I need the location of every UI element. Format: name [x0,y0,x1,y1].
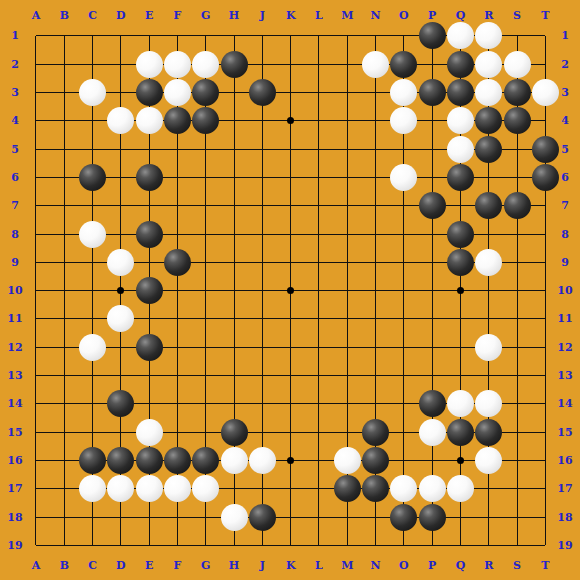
intersection-E4[interactable] [135,107,163,135]
intersection-D18[interactable] [107,503,135,531]
intersection-M2[interactable] [333,50,361,78]
intersection-K6[interactable] [277,163,305,191]
intersection-B12[interactable] [50,333,78,361]
intersection-K14[interactable] [277,390,305,418]
intersection-E13[interactable] [135,361,163,389]
intersection-J2[interactable] [248,50,276,78]
intersection-E19[interactable] [135,531,163,559]
intersection-D2[interactable] [107,50,135,78]
intersection-E10[interactable] [135,277,163,305]
intersection-M17[interactable] [333,475,361,503]
intersection-D12[interactable] [107,333,135,361]
intersection-N8[interactable] [361,220,389,248]
intersection-J15[interactable] [248,418,276,446]
intersection-A16[interactable] [22,446,50,474]
intersection-A14[interactable] [22,390,50,418]
intersection-F1[interactable] [163,22,191,50]
intersection-M6[interactable] [333,163,361,191]
intersection-M5[interactable] [333,135,361,163]
intersection-E1[interactable] [135,22,163,50]
intersection-P1[interactable] [418,22,446,50]
intersection-C4[interactable] [78,107,106,135]
intersection-M8[interactable] [333,220,361,248]
intersection-J9[interactable] [248,248,276,276]
intersection-P17[interactable] [418,475,446,503]
intersection-J16[interactable] [248,446,276,474]
intersection-J17[interactable] [248,475,276,503]
intersection-N16[interactable] [361,446,389,474]
intersection-C6[interactable] [78,163,106,191]
intersection-A17[interactable] [22,475,50,503]
intersection-P5[interactable] [418,135,446,163]
intersection-B13[interactable] [50,361,78,389]
intersection-E12[interactable] [135,333,163,361]
intersection-B2[interactable] [50,50,78,78]
intersection-T8[interactable] [531,220,559,248]
intersection-K15[interactable] [277,418,305,446]
intersection-Q13[interactable] [446,361,474,389]
intersection-F13[interactable] [163,361,191,389]
intersection-A9[interactable] [22,248,50,276]
intersection-Q3[interactable] [446,78,474,106]
intersection-C9[interactable] [78,248,106,276]
intersection-D5[interactable] [107,135,135,163]
intersection-E6[interactable] [135,163,163,191]
intersection-Q17[interactable] [446,475,474,503]
intersection-F5[interactable] [163,135,191,163]
intersection-D11[interactable] [107,305,135,333]
intersection-N11[interactable] [361,305,389,333]
intersection-F4[interactable] [163,107,191,135]
intersection-E18[interactable] [135,503,163,531]
intersection-L5[interactable] [305,135,333,163]
intersection-S17[interactable] [503,475,531,503]
intersection-O9[interactable] [390,248,418,276]
intersection-A13[interactable] [22,361,50,389]
intersection-H7[interactable] [220,192,248,220]
intersection-F16[interactable] [163,446,191,474]
intersection-E2[interactable] [135,50,163,78]
intersection-R19[interactable] [475,531,503,559]
intersection-M14[interactable] [333,390,361,418]
intersection-B14[interactable] [50,390,78,418]
intersection-A3[interactable] [22,78,50,106]
intersection-H6[interactable] [220,163,248,191]
intersection-T16[interactable] [531,446,559,474]
intersection-Q6[interactable] [446,163,474,191]
intersection-K12[interactable] [277,333,305,361]
intersection-E17[interactable] [135,475,163,503]
intersection-R6[interactable] [475,163,503,191]
intersection-N4[interactable] [361,107,389,135]
intersection-G12[interactable] [192,333,220,361]
intersection-N9[interactable] [361,248,389,276]
intersection-C5[interactable] [78,135,106,163]
intersection-M9[interactable] [333,248,361,276]
intersection-N1[interactable] [361,22,389,50]
intersection-O4[interactable] [390,107,418,135]
intersection-K11[interactable] [277,305,305,333]
intersection-P4[interactable] [418,107,446,135]
intersection-J13[interactable] [248,361,276,389]
intersection-K13[interactable] [277,361,305,389]
intersection-R16[interactable] [475,446,503,474]
intersection-E9[interactable] [135,248,163,276]
intersection-R5[interactable] [475,135,503,163]
intersection-G15[interactable] [192,418,220,446]
intersection-H12[interactable] [220,333,248,361]
intersection-K19[interactable] [277,531,305,559]
intersection-F6[interactable] [163,163,191,191]
intersection-O1[interactable] [390,22,418,50]
intersection-R9[interactable] [475,248,503,276]
intersection-O17[interactable] [390,475,418,503]
intersection-H10[interactable] [220,277,248,305]
intersection-B1[interactable] [50,22,78,50]
intersection-G16[interactable] [192,446,220,474]
intersection-T2[interactable] [531,50,559,78]
intersection-R1[interactable] [475,22,503,50]
intersection-G10[interactable] [192,277,220,305]
intersection-J7[interactable] [248,192,276,220]
intersection-H18[interactable] [220,503,248,531]
intersection-A11[interactable] [22,305,50,333]
intersection-J18[interactable] [248,503,276,531]
intersection-F12[interactable] [163,333,191,361]
intersection-S14[interactable] [503,390,531,418]
intersection-L6[interactable] [305,163,333,191]
intersection-R8[interactable] [475,220,503,248]
intersection-P18[interactable] [418,503,446,531]
intersection-T12[interactable] [531,333,559,361]
intersection-T1[interactable] [531,22,559,50]
intersection-P12[interactable] [418,333,446,361]
intersection-T6[interactable] [531,163,559,191]
intersection-G2[interactable] [192,50,220,78]
intersection-D13[interactable] [107,361,135,389]
intersection-H16[interactable] [220,446,248,474]
intersection-O11[interactable] [390,305,418,333]
intersection-B19[interactable] [50,531,78,559]
intersection-B8[interactable] [50,220,78,248]
intersection-P9[interactable] [418,248,446,276]
intersection-Q19[interactable] [446,531,474,559]
intersection-O3[interactable] [390,78,418,106]
intersection-M16[interactable] [333,446,361,474]
intersection-Q4[interactable] [446,107,474,135]
intersection-E5[interactable] [135,135,163,163]
intersection-A15[interactable] [22,418,50,446]
intersection-K18[interactable] [277,503,305,531]
intersection-N15[interactable] [361,418,389,446]
intersection-P13[interactable] [418,361,446,389]
intersection-S18[interactable] [503,503,531,531]
intersection-F15[interactable] [163,418,191,446]
intersection-L1[interactable] [305,22,333,50]
intersection-P16[interactable] [418,446,446,474]
intersection-H13[interactable] [220,361,248,389]
intersection-M3[interactable] [333,78,361,106]
intersection-L7[interactable] [305,192,333,220]
intersection-S13[interactable] [503,361,531,389]
intersection-L12[interactable] [305,333,333,361]
intersection-D17[interactable] [107,475,135,503]
intersection-D1[interactable] [107,22,135,50]
intersection-Q7[interactable] [446,192,474,220]
intersection-R12[interactable] [475,333,503,361]
intersection-G3[interactable] [192,78,220,106]
intersection-B10[interactable] [50,277,78,305]
intersection-S11[interactable] [503,305,531,333]
intersection-D15[interactable] [107,418,135,446]
intersection-N5[interactable] [361,135,389,163]
intersection-D10[interactable] [107,277,135,305]
intersection-E16[interactable] [135,446,163,474]
intersection-Q18[interactable] [446,503,474,531]
intersection-L10[interactable] [305,277,333,305]
intersection-D6[interactable] [107,163,135,191]
intersection-B3[interactable] [50,78,78,106]
intersection-L2[interactable] [305,50,333,78]
intersection-O18[interactable] [390,503,418,531]
intersection-D9[interactable] [107,248,135,276]
intersection-S8[interactable] [503,220,531,248]
intersection-J11[interactable] [248,305,276,333]
intersection-A10[interactable] [22,277,50,305]
intersection-B5[interactable] [50,135,78,163]
intersection-L15[interactable] [305,418,333,446]
intersection-O12[interactable] [390,333,418,361]
intersection-L8[interactable] [305,220,333,248]
intersection-N2[interactable] [361,50,389,78]
intersection-J10[interactable] [248,277,276,305]
intersection-S2[interactable] [503,50,531,78]
intersection-R13[interactable] [475,361,503,389]
intersection-O10[interactable] [390,277,418,305]
intersection-J6[interactable] [248,163,276,191]
intersection-T19[interactable] [531,531,559,559]
intersection-K10[interactable] [277,277,305,305]
intersection-J19[interactable] [248,531,276,559]
intersection-K1[interactable] [277,22,305,50]
intersection-M13[interactable] [333,361,361,389]
intersection-C15[interactable] [78,418,106,446]
intersection-F10[interactable] [163,277,191,305]
intersection-G17[interactable] [192,475,220,503]
intersection-A8[interactable] [22,220,50,248]
intersection-R3[interactable] [475,78,503,106]
intersection-D3[interactable] [107,78,135,106]
intersection-R4[interactable] [475,107,503,135]
intersection-D4[interactable] [107,107,135,135]
intersection-F19[interactable] [163,531,191,559]
intersection-P15[interactable] [418,418,446,446]
intersection-T13[interactable] [531,361,559,389]
intersection-M18[interactable] [333,503,361,531]
intersection-N18[interactable] [361,503,389,531]
intersection-F11[interactable] [163,305,191,333]
intersection-B11[interactable] [50,305,78,333]
intersection-M12[interactable] [333,333,361,361]
intersection-N17[interactable] [361,475,389,503]
intersection-N10[interactable] [361,277,389,305]
intersection-P8[interactable] [418,220,446,248]
intersection-D14[interactable] [107,390,135,418]
intersection-T3[interactable] [531,78,559,106]
intersection-S19[interactable] [503,531,531,559]
intersection-E14[interactable] [135,390,163,418]
intersection-Q15[interactable] [446,418,474,446]
intersection-H15[interactable] [220,418,248,446]
intersection-G13[interactable] [192,361,220,389]
intersection-H8[interactable] [220,220,248,248]
intersection-H3[interactable] [220,78,248,106]
intersection-P2[interactable] [418,50,446,78]
intersection-C3[interactable] [78,78,106,106]
intersection-T14[interactable] [531,390,559,418]
intersection-B7[interactable] [50,192,78,220]
intersection-R14[interactable] [475,390,503,418]
intersection-T9[interactable] [531,248,559,276]
intersection-A2[interactable] [22,50,50,78]
intersection-O8[interactable] [390,220,418,248]
intersection-Q11[interactable] [446,305,474,333]
intersection-K17[interactable] [277,475,305,503]
intersection-A1[interactable] [22,22,50,50]
intersection-A6[interactable] [22,163,50,191]
intersection-S1[interactable] [503,22,531,50]
intersection-Q8[interactable] [446,220,474,248]
intersection-N12[interactable] [361,333,389,361]
intersection-O2[interactable] [390,50,418,78]
intersection-E11[interactable] [135,305,163,333]
intersection-R10[interactable] [475,277,503,305]
intersection-K16[interactable] [277,446,305,474]
intersection-H17[interactable] [220,475,248,503]
intersection-S9[interactable] [503,248,531,276]
intersection-Q9[interactable] [446,248,474,276]
intersection-M19[interactable] [333,531,361,559]
intersection-O6[interactable] [390,163,418,191]
intersection-F18[interactable] [163,503,191,531]
intersection-T17[interactable] [531,475,559,503]
intersection-R17[interactable] [475,475,503,503]
intersection-O16[interactable] [390,446,418,474]
intersection-L16[interactable] [305,446,333,474]
intersection-S10[interactable] [503,277,531,305]
intersection-G11[interactable] [192,305,220,333]
intersection-C13[interactable] [78,361,106,389]
intersection-A12[interactable] [22,333,50,361]
intersection-M7[interactable] [333,192,361,220]
intersection-F2[interactable] [163,50,191,78]
intersection-A4[interactable] [22,107,50,135]
intersection-R18[interactable] [475,503,503,531]
intersection-O13[interactable] [390,361,418,389]
intersection-E15[interactable] [135,418,163,446]
intersection-C10[interactable] [78,277,106,305]
intersection-F9[interactable] [163,248,191,276]
intersection-L11[interactable] [305,305,333,333]
intersection-G18[interactable] [192,503,220,531]
intersection-K3[interactable] [277,78,305,106]
intersection-N14[interactable] [361,390,389,418]
intersection-L18[interactable] [305,503,333,531]
intersection-C16[interactable] [78,446,106,474]
intersection-O7[interactable] [390,192,418,220]
intersection-E7[interactable] [135,192,163,220]
intersection-O14[interactable] [390,390,418,418]
intersection-T10[interactable] [531,277,559,305]
intersection-L4[interactable] [305,107,333,135]
intersection-L14[interactable] [305,390,333,418]
intersection-N13[interactable] [361,361,389,389]
intersection-K8[interactable] [277,220,305,248]
intersection-F14[interactable] [163,390,191,418]
intersection-N3[interactable] [361,78,389,106]
intersection-G9[interactable] [192,248,220,276]
intersection-L17[interactable] [305,475,333,503]
intersection-C1[interactable] [78,22,106,50]
intersection-M4[interactable] [333,107,361,135]
intersection-J14[interactable] [248,390,276,418]
intersection-Q5[interactable] [446,135,474,163]
intersection-S15[interactable] [503,418,531,446]
intersection-R15[interactable] [475,418,503,446]
intersection-Q16[interactable] [446,446,474,474]
intersection-Q1[interactable] [446,22,474,50]
intersection-H2[interactable] [220,50,248,78]
intersection-N19[interactable] [361,531,389,559]
intersection-L9[interactable] [305,248,333,276]
intersection-J1[interactable] [248,22,276,50]
intersection-P14[interactable] [418,390,446,418]
intersection-M10[interactable] [333,277,361,305]
intersection-S4[interactable] [503,107,531,135]
intersection-P11[interactable] [418,305,446,333]
intersection-P3[interactable] [418,78,446,106]
intersection-R11[interactable] [475,305,503,333]
intersection-S5[interactable] [503,135,531,163]
intersection-M1[interactable] [333,22,361,50]
intersection-B4[interactable] [50,107,78,135]
intersection-K9[interactable] [277,248,305,276]
intersection-L13[interactable] [305,361,333,389]
intersection-T15[interactable] [531,418,559,446]
intersection-R2[interactable] [475,50,503,78]
intersection-B15[interactable] [50,418,78,446]
intersection-G8[interactable] [192,220,220,248]
intersection-C19[interactable] [78,531,106,559]
intersection-G7[interactable] [192,192,220,220]
intersection-G6[interactable] [192,163,220,191]
intersection-M15[interactable] [333,418,361,446]
intersection-D7[interactable] [107,192,135,220]
intersection-J3[interactable] [248,78,276,106]
intersection-J4[interactable] [248,107,276,135]
intersection-O5[interactable] [390,135,418,163]
intersection-C17[interactable] [78,475,106,503]
intersection-K5[interactable] [277,135,305,163]
intersection-T18[interactable] [531,503,559,531]
intersection-G4[interactable] [192,107,220,135]
intersection-Q14[interactable] [446,390,474,418]
intersection-P19[interactable] [418,531,446,559]
intersection-F3[interactable] [163,78,191,106]
intersection-C2[interactable] [78,50,106,78]
intersection-F7[interactable] [163,192,191,220]
intersection-R7[interactable] [475,192,503,220]
